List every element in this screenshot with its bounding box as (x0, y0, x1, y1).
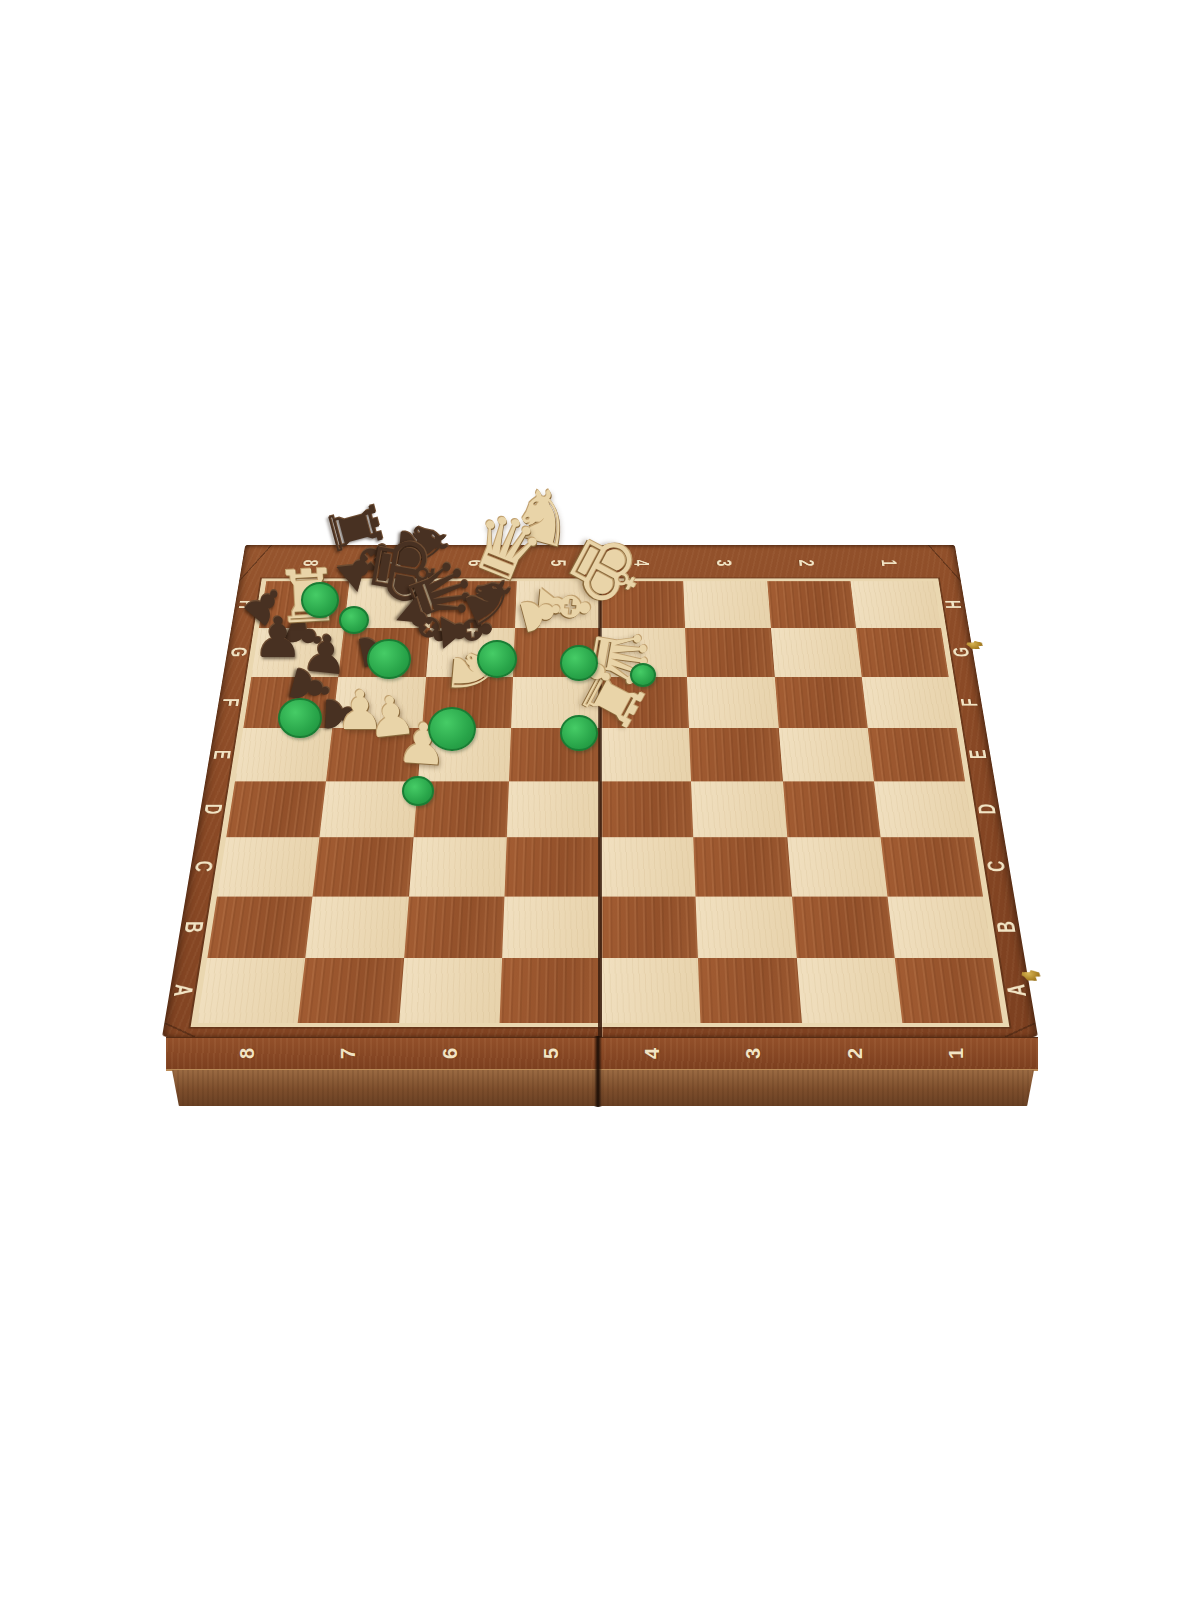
square-f4 (600, 677, 689, 728)
square-e1 (868, 728, 966, 781)
square-a5 (499, 958, 600, 1023)
square-g2 (771, 628, 862, 677)
square-c6 (409, 837, 507, 896)
square-a4 (600, 958, 701, 1023)
board-front-face (172, 1070, 1034, 1106)
file-label-left-g: G (225, 647, 251, 657)
chess-board: 87654321 HGFEDCBA HGFEDCBA (162, 545, 1038, 1037)
square-h8 (259, 581, 350, 628)
rank-label-top-1: 1 (877, 559, 902, 566)
square-b1 (887, 896, 992, 958)
square-d7 (320, 781, 418, 837)
file-label-right-d: D (973, 804, 1001, 815)
square-c2 (787, 837, 887, 896)
square-h4 (600, 581, 685, 628)
file-label-right-c: C (982, 861, 1011, 872)
square-f1 (862, 677, 957, 728)
square-d4 (600, 781, 693, 837)
square-a2 (796, 958, 902, 1023)
file-label-right-a: A (1002, 984, 1032, 996)
file-label-right-b: B (992, 921, 1022, 933)
square-a6 (399, 958, 502, 1023)
rank-label-bottom-3: 3 (742, 1048, 765, 1059)
square-h1 (850, 581, 941, 628)
square-c4 (600, 837, 696, 896)
square-b3 (696, 896, 797, 958)
rank-label-bottom-6: 6 (439, 1048, 462, 1059)
square-a1 (894, 958, 1002, 1023)
chess-board-3d-wrap: 87654321 HGFEDCBA HGFEDCBA (162, 545, 1038, 1037)
square-d6 (413, 781, 509, 837)
rank-label-top-6: 6 (464, 559, 488, 566)
square-g4 (600, 628, 687, 677)
square-h7 (344, 581, 433, 628)
square-b6 (404, 896, 505, 958)
fold-seam (598, 545, 602, 1037)
frame-miter-top-left (239, 545, 272, 582)
square-e2 (778, 728, 873, 781)
rank-label-top-4: 4 (629, 559, 653, 566)
square-b5 (502, 896, 600, 958)
square-c8 (217, 837, 320, 896)
square-g1 (856, 628, 949, 677)
square-f5 (511, 677, 600, 728)
square-h5 (515, 581, 600, 628)
square-d2 (783, 781, 881, 837)
square-f8 (243, 677, 338, 728)
file-label-right-g: G (948, 647, 974, 657)
square-c5 (504, 837, 600, 896)
file-label-left-b: B (179, 921, 209, 933)
square-b2 (791, 896, 894, 958)
file-label-left-a: A (168, 984, 198, 996)
square-h2 (767, 581, 856, 628)
rank-label-bottom-8: 8 (236, 1048, 259, 1059)
square-c3 (693, 837, 791, 896)
front-number-band: 87654321 (166, 1037, 1038, 1071)
file-label-left-e: E (208, 750, 235, 759)
square-h6 (429, 581, 516, 628)
fold-seam-front (594, 1036, 602, 1107)
square-e3 (689, 728, 782, 781)
square-g6 (426, 628, 515, 677)
square-g8 (251, 628, 344, 677)
square-f3 (687, 677, 778, 728)
file-label-left-d: D (199, 804, 227, 815)
rank-label-bottom-4: 4 (641, 1048, 664, 1059)
square-e5 (509, 728, 600, 781)
square-a3 (698, 958, 801, 1023)
square-c7 (313, 837, 413, 896)
rank-label-bottom-2: 2 (844, 1048, 867, 1059)
file-label-left-f: F (217, 698, 244, 706)
rank-label-bottom-7: 7 (337, 1048, 360, 1059)
product-photo-background: 87654321 HGFEDCBA HGFEDCBA 87654321 ♜♞♝♚… (0, 0, 1200, 1600)
file-label-left-h: H (234, 600, 260, 609)
square-d3 (691, 781, 787, 837)
file-label-right-f: F (956, 698, 983, 706)
square-b4 (600, 896, 698, 958)
file-label-left-c: C (189, 861, 218, 872)
square-e7 (326, 728, 421, 781)
square-e6 (417, 728, 510, 781)
square-g5 (513, 628, 600, 677)
square-d5 (507, 781, 600, 837)
file-label-right-e: E (965, 750, 992, 759)
square-g7 (338, 628, 429, 677)
rank-label-top-3: 3 (712, 559, 736, 566)
rank-label-bottom-1: 1 (945, 1048, 968, 1059)
square-b7 (306, 896, 409, 958)
square-f6 (422, 677, 513, 728)
rank-label-top-2: 2 (795, 559, 819, 566)
square-h3 (683, 581, 770, 628)
square-c1 (880, 837, 983, 896)
square-f7 (332, 677, 425, 728)
square-b8 (207, 896, 312, 958)
square-a8 (197, 958, 305, 1023)
square-e4 (600, 728, 691, 781)
square-e8 (235, 728, 333, 781)
rank-labels-bottom: 87654321 (197, 1038, 1007, 1069)
square-d8 (226, 781, 326, 837)
square-a7 (298, 958, 404, 1023)
rank-label-top-7: 7 (381, 559, 405, 566)
rank-label-top-8: 8 (298, 559, 323, 566)
frame-miter-top-right (928, 545, 961, 582)
file-label-right-h: H (941, 600, 967, 609)
square-d1 (874, 781, 974, 837)
square-f2 (774, 677, 867, 728)
rank-label-bottom-5: 5 (540, 1048, 563, 1059)
square-g3 (685, 628, 774, 677)
rank-label-top-5: 5 (547, 559, 571, 566)
